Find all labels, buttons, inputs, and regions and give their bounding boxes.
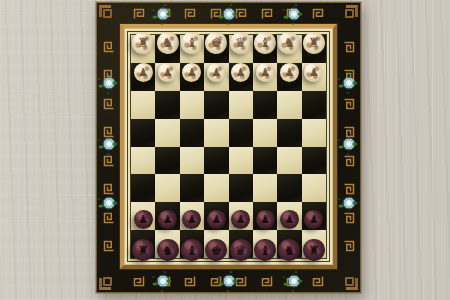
greek-key-icon xyxy=(343,126,355,138)
greek-key-icon xyxy=(343,41,355,53)
square-b1: ♞ xyxy=(277,35,301,63)
square-e6 xyxy=(204,174,228,202)
greek-key-icon xyxy=(103,98,115,110)
flower-icon xyxy=(222,8,235,21)
greek-key-icon xyxy=(235,275,247,287)
piece-white-rook: ♜ xyxy=(132,32,154,54)
square-c6 xyxy=(253,174,277,202)
copper-corner-bracket-icon xyxy=(97,3,113,19)
greek-key-icon xyxy=(103,212,115,224)
wood-table-grain-right xyxy=(360,0,450,300)
square-g1: ♞ xyxy=(155,35,179,63)
square-c7: ♟ xyxy=(253,202,277,230)
square-f1: ♝ xyxy=(180,35,204,63)
square-h8: ♜ xyxy=(131,230,155,258)
piece-black-rook: ♜ xyxy=(303,239,325,261)
square-g2: ♟ xyxy=(155,63,179,91)
square-d8: ♛ xyxy=(229,230,253,258)
square-g6 xyxy=(155,174,179,202)
greek-key-icon xyxy=(133,8,145,20)
flower-icon xyxy=(287,274,300,287)
piece-white-pawn: ♟ xyxy=(256,63,275,82)
greek-key-icon xyxy=(103,155,115,167)
square-d4 xyxy=(229,119,253,147)
flower-icon xyxy=(102,138,115,151)
square-b8: ♞ xyxy=(277,230,301,258)
greek-key-icon xyxy=(261,275,273,287)
board-bevel-frame: ♜♞♝♚♛♝♞♜♟♟♟♟♟♟♟♟♟♟♟♟♟♟♟♟♜♞♝♚♛♝♞♜ xyxy=(120,24,337,269)
square-d6 xyxy=(229,174,253,202)
piece-white-rook: ♜ xyxy=(303,32,325,54)
square-b5 xyxy=(277,147,301,175)
piece-black-king: ♚ xyxy=(205,239,227,261)
square-g3 xyxy=(155,91,179,119)
flower-icon xyxy=(157,8,170,21)
square-e8: ♚ xyxy=(204,230,228,258)
flower-icon xyxy=(342,196,355,209)
piece-black-pawn: ♟ xyxy=(256,210,275,229)
square-h2: ♟ xyxy=(131,63,155,91)
square-d1: ♛ xyxy=(229,35,253,63)
flower-icon xyxy=(222,274,235,287)
square-b3 xyxy=(277,91,301,119)
square-c2: ♟ xyxy=(253,63,277,91)
flower-icon xyxy=(342,76,355,89)
greek-key-icon xyxy=(133,275,145,287)
piece-white-pawn: ♟ xyxy=(134,63,153,82)
square-a7: ♟ xyxy=(302,202,326,230)
piece-black-pawn: ♟ xyxy=(134,210,153,229)
square-h6 xyxy=(131,174,155,202)
square-c3 xyxy=(253,91,277,119)
flower-icon xyxy=(287,8,300,21)
square-g8: ♞ xyxy=(155,230,179,258)
chess-board: ♜♞♝♚♛♝♞♜♟♟♟♟♟♟♟♟♟♟♟♟♟♟♟♟♜♞♝♚♛♝♞♜ xyxy=(96,2,361,293)
square-a1: ♜ xyxy=(302,35,326,63)
flower-icon xyxy=(102,76,115,89)
square-d7: ♟ xyxy=(229,202,253,230)
greek-key-icon xyxy=(184,8,196,20)
greek-key-icon xyxy=(343,240,355,252)
piece-black-knight: ♞ xyxy=(157,239,179,261)
square-a5 xyxy=(302,147,326,175)
greek-key-icon xyxy=(103,126,115,138)
piece-black-bishop: ♝ xyxy=(181,239,203,261)
square-a3 xyxy=(302,91,326,119)
square-c8: ♝ xyxy=(253,230,277,258)
square-f4 xyxy=(180,119,204,147)
greek-key-icon xyxy=(343,98,355,110)
ornate-border-top xyxy=(120,4,337,24)
square-b6 xyxy=(277,174,301,202)
square-a2: ♟ xyxy=(302,63,326,91)
greek-key-icon xyxy=(103,183,115,195)
piece-white-knight: ♞ xyxy=(278,32,300,54)
piece-black-knight: ♞ xyxy=(278,239,300,261)
square-d2: ♟ xyxy=(229,63,253,91)
square-f6 xyxy=(180,174,204,202)
square-d3 xyxy=(229,91,253,119)
square-d5 xyxy=(229,147,253,175)
greek-key-icon xyxy=(312,8,324,20)
square-e3 xyxy=(204,91,228,119)
piece-black-pawn: ♟ xyxy=(207,210,226,229)
wood-table-grain-left xyxy=(0,0,110,300)
square-b4 xyxy=(277,119,301,147)
piece-black-rook: ♜ xyxy=(132,239,154,261)
greek-key-icon xyxy=(103,41,115,53)
piece-black-pawn: ♟ xyxy=(280,210,299,229)
greek-key-icon xyxy=(261,8,273,20)
piece-black-pawn: ♟ xyxy=(158,210,177,229)
piece-white-pawn: ♟ xyxy=(158,63,177,82)
copper-corner-bracket-icon xyxy=(97,276,113,292)
square-e4 xyxy=(204,119,228,147)
greek-key-icon xyxy=(343,155,355,167)
greek-key-icon xyxy=(184,275,196,287)
square-h4 xyxy=(131,119,155,147)
piece-black-pawn: ♟ xyxy=(304,210,323,229)
piece-black-bishop: ♝ xyxy=(254,239,276,261)
square-g4 xyxy=(155,119,179,147)
piece-white-bishop: ♝ xyxy=(181,32,203,54)
greek-key-icon xyxy=(312,275,324,287)
piece-white-knight: ♞ xyxy=(157,32,179,54)
ornate-border-right xyxy=(338,24,359,269)
square-f5 xyxy=(180,147,204,175)
square-h3 xyxy=(131,91,155,119)
greek-key-icon xyxy=(343,212,355,224)
square-g5 xyxy=(155,147,179,175)
piece-white-queen: ♛ xyxy=(230,32,252,54)
piece-white-bishop: ♝ xyxy=(254,32,276,54)
square-h7: ♟ xyxy=(131,202,155,230)
greek-key-icon xyxy=(235,8,247,20)
square-e1: ♚ xyxy=(204,35,228,63)
square-f3 xyxy=(180,91,204,119)
square-e7: ♟ xyxy=(204,202,228,230)
square-b2: ♟ xyxy=(277,63,301,91)
piece-black-pawn: ♟ xyxy=(231,210,250,229)
piece-white-pawn: ♟ xyxy=(207,63,226,82)
square-f2: ♟ xyxy=(180,63,204,91)
greek-key-icon xyxy=(103,240,115,252)
square-h1: ♜ xyxy=(131,35,155,63)
piece-white-pawn: ♟ xyxy=(231,63,250,82)
piece-white-pawn: ♟ xyxy=(280,63,299,82)
flower-icon xyxy=(157,274,170,287)
piece-black-pawn: ♟ xyxy=(182,210,201,229)
piece-black-queen: ♛ xyxy=(230,239,252,261)
square-f7: ♟ xyxy=(180,202,204,230)
square-a4 xyxy=(302,119,326,147)
square-e2: ♟ xyxy=(204,63,228,91)
square-c5 xyxy=(253,147,277,175)
square-b7: ♟ xyxy=(277,202,301,230)
ornate-border-left xyxy=(98,24,119,269)
square-g7: ♟ xyxy=(155,202,179,230)
copper-corner-bracket-icon xyxy=(344,276,360,292)
greek-key-icon xyxy=(343,183,355,195)
flower-icon xyxy=(102,196,115,209)
square-a8: ♜ xyxy=(302,230,326,258)
square-c1: ♝ xyxy=(253,35,277,63)
ornate-border-bottom xyxy=(120,270,337,291)
board-grid: ♜♞♝♚♛♝♞♜♟♟♟♟♟♟♟♟♟♟♟♟♟♟♟♟♜♞♝♚♛♝♞♜ xyxy=(130,34,327,259)
piece-white-pawn: ♟ xyxy=(304,63,323,82)
square-f8: ♝ xyxy=(180,230,204,258)
flower-icon xyxy=(342,138,355,151)
square-c4 xyxy=(253,119,277,147)
square-e5 xyxy=(204,147,228,175)
square-h5 xyxy=(131,147,155,175)
square-a6 xyxy=(302,174,326,202)
piece-white-king: ♚ xyxy=(205,32,227,54)
board-inner-margin: ♜♞♝♚♛♝♞♜♟♟♟♟♟♟♟♟♟♟♟♟♟♟♟♟♜♞♝♚♛♝♞♜ xyxy=(127,31,330,262)
copper-corner-bracket-icon xyxy=(344,3,360,19)
piece-white-pawn: ♟ xyxy=(182,63,201,82)
